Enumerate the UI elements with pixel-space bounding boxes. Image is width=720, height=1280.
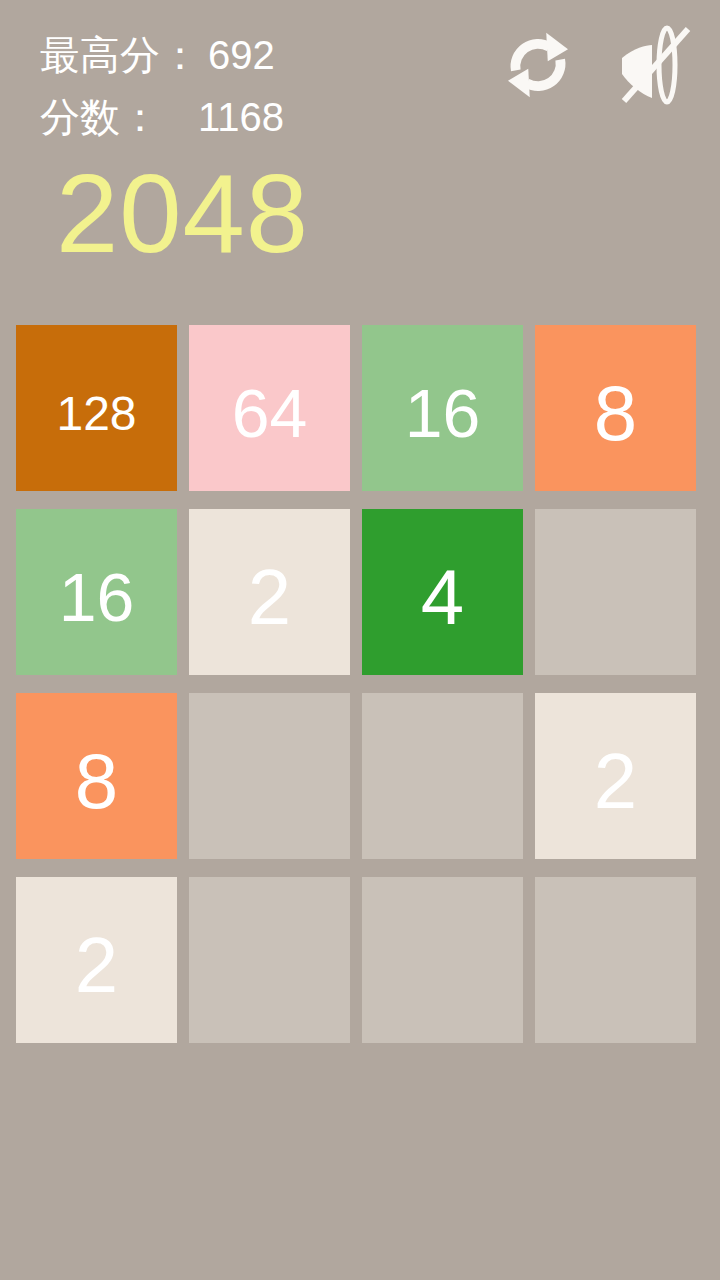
mute-button[interactable]: [618, 22, 694, 108]
cell-r2c1: [189, 693, 350, 859]
cell-r3c2: [362, 877, 523, 1043]
cell-r1c0: 16: [16, 509, 177, 675]
current-score-row: 分数：1168: [40, 86, 284, 148]
cell-r3c3: [535, 877, 696, 1043]
cell-r0c1: 64: [189, 325, 350, 491]
cell-r2c0: 8: [16, 693, 177, 859]
cell-r2c2: [362, 693, 523, 859]
current-score-value: 1168: [198, 95, 284, 139]
cell-r2c3: 2: [535, 693, 696, 859]
cell-r0c0: 128: [16, 325, 177, 491]
current-score-label: 分数：: [40, 95, 160, 139]
best-score-label: 最高分：: [40, 33, 200, 77]
cell-r1c1: 2: [189, 509, 350, 675]
cell-r0c3: 8: [535, 325, 696, 491]
best-score-row: 最高分：692: [40, 24, 284, 86]
score-panel: 最高分：692 分数：1168: [40, 24, 284, 148]
cell-r3c0: 2: [16, 877, 177, 1043]
board-grid[interactable]: 128 64 16 8 16 2 4 8 2 2: [16, 325, 696, 1043]
best-score-value: 692: [208, 33, 275, 77]
game-title: 2048: [56, 158, 309, 270]
cell-r3c1: [189, 877, 350, 1043]
refresh-icon: [502, 27, 574, 103]
cell-r1c2: 4: [362, 509, 523, 675]
cell-r1c3: [535, 509, 696, 675]
sound-off-icon: [618, 20, 694, 110]
restart-button[interactable]: [500, 22, 576, 108]
cell-r0c2: 16: [362, 325, 523, 491]
